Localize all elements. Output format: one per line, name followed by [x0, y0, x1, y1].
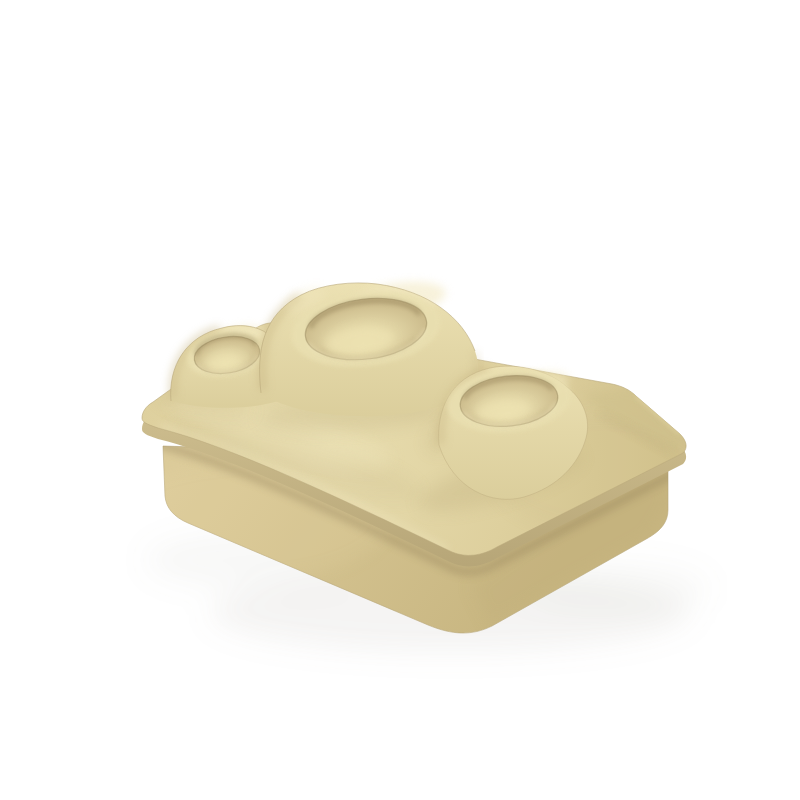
product-photo-canvas: Beige matte molded-plastic rectangular b…: [0, 0, 800, 800]
product-photo: Beige matte molded-plastic rectangular b…: [0, 0, 800, 800]
